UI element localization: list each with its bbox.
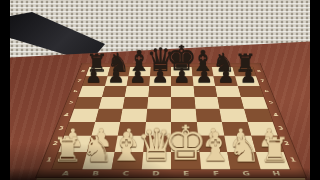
video-frame: ♜♞♝♛♚♝♞♜♟♟♟♟♟♟♟♟♟♟♟♟♟♟♟♟♜♞♝♛♚♝♞♜ ABCDEFG… [0,0,320,180]
scene: ♜♞♝♛♚♝♞♜♟♟♟♟♟♟♟♟♟♟♟♟♟♟♟♟♜♞♝♛♚♝♞♜ ABCDEFG… [10,0,310,180]
square-e6[interactable] [171,86,194,97]
black-pawn-b7[interactable]: ♟ [107,66,125,86]
square-f5[interactable] [194,97,219,109]
square-b4[interactable] [95,109,123,122]
square-d7[interactable]: ♟ [149,76,171,86]
black-pawn-e7[interactable]: ♟ [173,66,191,86]
square-a5[interactable] [74,97,101,109]
square-g6[interactable] [215,86,240,97]
square-a6[interactable] [78,86,104,97]
square-c6[interactable] [125,86,149,97]
square-e7[interactable]: ♟ [171,76,193,86]
square-f7[interactable]: ♟ [192,76,215,86]
square-a7[interactable]: ♟ [82,76,107,86]
square-b5[interactable] [98,97,124,109]
square-d6[interactable] [148,86,171,97]
square-h1[interactable]: ♜ [255,152,289,170]
square-b7[interactable]: ♟ [105,76,129,86]
square-f6[interactable] [193,86,217,97]
white-knight-g1[interactable]: ♞ [229,132,261,168]
square-g7[interactable]: ♟ [213,76,237,86]
black-pawn-f7[interactable]: ♟ [195,66,213,86]
white-rook-h1[interactable]: ♜ [259,134,289,168]
black-pawn-g7[interactable]: ♟ [217,66,235,86]
square-g4[interactable] [219,109,247,122]
black-pawn-h7[interactable]: ♟ [239,66,257,86]
square-a4[interactable] [70,109,99,122]
black-pawn-c7[interactable]: ♟ [129,66,147,86]
square-h7[interactable]: ♟ [235,76,260,86]
black-pawn-a7[interactable]: ♟ [85,66,103,86]
square-c5[interactable] [123,97,148,109]
black-pawn-d7[interactable]: ♟ [151,66,169,86]
bottom-shadow [10,168,310,180]
square-b6[interactable] [102,86,127,97]
square-c7[interactable]: ♟ [127,76,150,86]
square-e5[interactable] [171,97,195,109]
square-g1[interactable]: ♞ [227,152,260,170]
square-d5[interactable] [147,97,171,109]
square-g5[interactable] [217,97,243,109]
